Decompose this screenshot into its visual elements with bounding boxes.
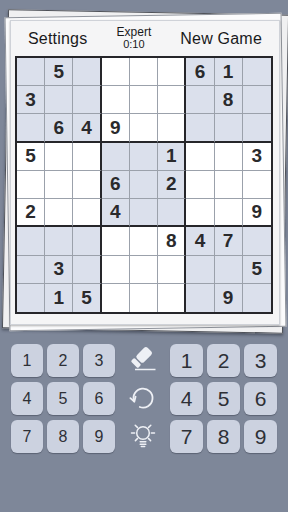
cell-r1c4[interactable] [102, 58, 130, 86]
cell-r1c8[interactable]: 1 [215, 58, 243, 86]
cell-r8c4[interactable] [102, 256, 130, 284]
numpad-right-key-3[interactable]: 3 [244, 344, 277, 377]
cell-r5c5[interactable] [130, 171, 158, 199]
cell-r9c8[interactable]: 9 [215, 284, 243, 312]
cell-r7c5[interactable] [130, 227, 158, 255]
cell-r1c6[interactable] [158, 58, 186, 86]
cell-r9c5[interactable] [130, 284, 158, 312]
cell-r2c7[interactable] [186, 86, 214, 114]
numpad-right-key-7[interactable]: 7 [170, 420, 203, 453]
numpad-left-key-5[interactable]: 5 [47, 382, 79, 415]
cell-r9c2[interactable]: 1 [45, 284, 73, 312]
cell-r2c2[interactable] [45, 86, 73, 114]
cell-r7c3[interactable] [73, 227, 101, 255]
cell-r8c5[interactable] [130, 256, 158, 284]
numpad-right-key-5[interactable]: 5 [207, 382, 240, 415]
undo-icon [127, 381, 159, 413]
cell-r2c4[interactable] [102, 86, 130, 114]
numpad-left-key-7[interactable]: 7 [11, 420, 43, 453]
cell-r6c2[interactable] [45, 199, 73, 227]
cell-r4c9[interactable]: 3 [243, 143, 271, 171]
numpad-left-key-1[interactable]: 1 [11, 344, 43, 377]
cell-r6c1[interactable]: 2 [17, 199, 45, 227]
eraser-icon [127, 343, 159, 375]
numpad-right: 123456789 [170, 344, 277, 453]
hint-button[interactable] [126, 418, 160, 451]
cell-r2c9[interactable] [243, 86, 271, 114]
settings-button[interactable]: Settings [28, 30, 87, 48]
cell-r1c3[interactable] [73, 58, 101, 86]
cell-r6c4[interactable]: 4 [102, 199, 130, 227]
game-card: Settings Expert 0:10 New Game 5613864951… [10, 20, 280, 325]
numpad-left: 123456789 [11, 344, 115, 453]
cell-r7c7[interactable]: 4 [186, 227, 214, 255]
eraser-button[interactable] [126, 342, 160, 375]
tool-column [125, 342, 161, 451]
cell-r7c1[interactable] [17, 227, 45, 255]
cell-r8c3[interactable] [73, 256, 101, 284]
cell-r2c5[interactable] [130, 86, 158, 114]
cell-r2c1[interactable]: 3 [17, 86, 45, 114]
top-bar: Settings Expert 0:10 New Game [11, 21, 279, 56]
cell-r3c7[interactable] [186, 114, 214, 142]
cell-r5c1[interactable] [17, 171, 45, 199]
cell-r9c3[interactable]: 5 [73, 284, 101, 312]
cell-r4c1[interactable]: 5 [17, 143, 45, 171]
cell-r7c6[interactable]: 8 [158, 227, 186, 255]
cell-r7c2[interactable] [45, 227, 73, 255]
numpad-left-key-9[interactable]: 9 [83, 420, 115, 453]
cell-r6c8[interactable] [215, 199, 243, 227]
new-game-button[interactable]: New Game [180, 30, 262, 48]
cell-r5c6[interactable]: 2 [158, 171, 186, 199]
cell-r6c5[interactable] [130, 199, 158, 227]
cell-r8c2[interactable]: 3 [45, 256, 73, 284]
cell-r8c8[interactable] [215, 256, 243, 284]
cell-r3c8[interactable] [215, 114, 243, 142]
cell-r5c8[interactable] [215, 171, 243, 199]
numpad-left-key-8[interactable]: 8 [47, 420, 79, 453]
numpad-left-key-4[interactable]: 4 [11, 382, 43, 415]
cell-r1c1[interactable] [17, 58, 45, 86]
cell-r1c2[interactable]: 5 [45, 58, 73, 86]
numpad-right-key-9[interactable]: 9 [244, 420, 277, 453]
cell-r6c6[interactable] [158, 199, 186, 227]
undo-button[interactable] [126, 380, 160, 413]
numpad-right-key-1[interactable]: 1 [170, 344, 203, 377]
timer-label: 0:10 [117, 39, 152, 51]
cell-r4c2[interactable] [45, 143, 73, 171]
lightbulb-icon [127, 419, 159, 451]
cell-r1c5[interactable] [130, 58, 158, 86]
cell-r5c9[interactable] [243, 171, 271, 199]
cell-r2c8[interactable]: 8 [215, 86, 243, 114]
cell-r9c9[interactable] [243, 284, 271, 312]
cell-r6c9[interactable]: 9 [243, 199, 271, 227]
cell-r4c7[interactable] [186, 143, 214, 171]
cell-r8c7[interactable] [186, 256, 214, 284]
difficulty-timer-block: Expert 0:10 [117, 26, 152, 51]
cell-r3c9[interactable] [243, 114, 271, 142]
cell-r2c3[interactable] [73, 86, 101, 114]
cell-r4c6[interactable]: 1 [158, 143, 186, 171]
numpad-right-key-2[interactable]: 2 [207, 344, 240, 377]
cell-r8c1[interactable] [17, 256, 45, 284]
cell-r7c8[interactable]: 7 [215, 227, 243, 255]
numpad-right-key-4[interactable]: 4 [170, 382, 203, 415]
cell-r9c6[interactable] [158, 284, 186, 312]
numpad-right-key-8[interactable]: 8 [207, 420, 240, 453]
numpad-left-key-6[interactable]: 6 [83, 382, 115, 415]
cell-r9c7[interactable] [186, 284, 214, 312]
cell-r4c3[interactable] [73, 143, 101, 171]
cell-r3c6[interactable] [158, 114, 186, 142]
cell-r6c3[interactable] [73, 199, 101, 227]
cell-r3c2[interactable]: 6 [45, 114, 73, 142]
numpad-left-key-2[interactable]: 2 [47, 344, 79, 377]
cell-r1c9[interactable] [243, 58, 271, 86]
cell-r3c1[interactable] [17, 114, 45, 142]
cell-r9c4[interactable] [102, 284, 130, 312]
cell-r4c4[interactable] [102, 143, 130, 171]
numpad-right-key-6[interactable]: 6 [244, 382, 277, 415]
cell-r7c9[interactable] [243, 227, 271, 255]
cell-r5c3[interactable] [73, 171, 101, 199]
cell-r7c4[interactable] [102, 227, 130, 255]
cell-r3c5[interactable] [130, 114, 158, 142]
cell-r6c7[interactable] [186, 199, 214, 227]
cell-r3c4[interactable]: 9 [102, 114, 130, 142]
cell-r1c7[interactable]: 6 [186, 58, 214, 86]
cell-r9c1[interactable] [17, 284, 45, 312]
cell-r8c6[interactable] [158, 256, 186, 284]
cell-r2c6[interactable] [158, 86, 186, 114]
cell-r5c2[interactable] [45, 171, 73, 199]
cell-r4c8[interactable] [215, 143, 243, 171]
cell-r5c4[interactable]: 6 [102, 171, 130, 199]
cell-r4c5[interactable] [130, 143, 158, 171]
numpad-left-key-3[interactable]: 3 [83, 344, 115, 377]
sudoku-board: 561386495136224984735159 [15, 56, 273, 314]
cell-r3c3[interactable]: 4 [73, 114, 101, 142]
cell-r5c7[interactable] [186, 171, 214, 199]
cell-r8c9[interactable]: 5 [243, 256, 271, 284]
